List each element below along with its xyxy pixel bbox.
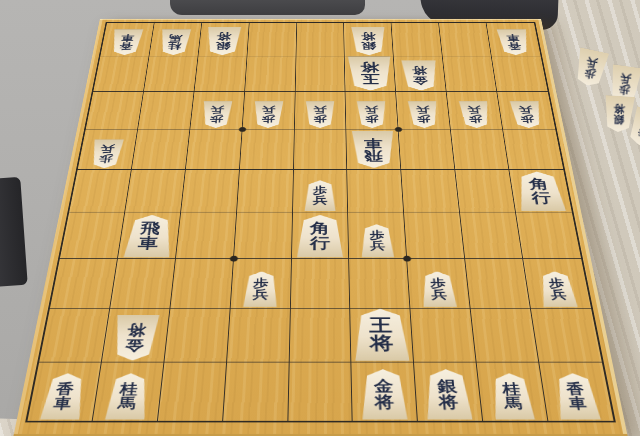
cell-4f[interactable]: 歩兵	[348, 213, 407, 259]
piece-sente-bishop[interactable]: 角行	[515, 172, 567, 212]
cell-8i[interactable]: 桂馬	[93, 363, 165, 421]
cell-7h[interactable]	[164, 309, 230, 363]
piece-sente-rook[interactable]: 飛車	[123, 215, 175, 257]
piece-gote-pawn[interactable]: 歩兵	[253, 101, 284, 128]
cell-5b[interactable]	[295, 56, 345, 91]
cell-6h[interactable]	[227, 309, 291, 363]
piece-sente-knight[interactable]: 桂馬	[105, 373, 151, 419]
piece-kanji: 歩	[210, 114, 224, 123]
cell-6g[interactable]: 歩兵	[230, 259, 291, 309]
piece-kanji: 将	[126, 323, 146, 338]
piece-kanji: 歩	[416, 114, 430, 123]
cell-1i[interactable]: 香車	[539, 363, 613, 421]
cell-6b[interactable]	[245, 56, 296, 91]
piece-kanji: 銀	[613, 114, 625, 126]
cell-4a[interactable]: 銀将	[344, 23, 394, 56]
cell-2c[interactable]: 歩兵	[447, 92, 503, 130]
cell-6e[interactable]	[237, 170, 294, 213]
cell-8a[interactable]: 桂馬	[149, 23, 202, 56]
cell-6d[interactable]	[240, 129, 295, 169]
cell-2h[interactable]	[471, 309, 540, 363]
cell-9f[interactable]	[60, 213, 125, 259]
cell-4d[interactable]: 飛車	[347, 129, 402, 169]
piece-sente-lance[interactable]: 香車	[40, 373, 88, 419]
cell-2b[interactable]	[443, 56, 497, 91]
piece-gote-silver[interactable]: 銀将	[205, 27, 242, 55]
star-point	[395, 127, 402, 132]
piece-kanji: 兵	[210, 106, 224, 115]
cell-6f[interactable]	[234, 213, 293, 259]
piece-gote-pawn[interactable]: 歩兵	[458, 101, 491, 128]
cell-1d[interactable]	[503, 129, 563, 169]
piece-kanji: 香	[507, 42, 522, 50]
cell-8g[interactable]	[110, 259, 176, 309]
cell-4c[interactable]: 歩兵	[346, 92, 399, 130]
piece-kanji: 桂	[168, 42, 182, 50]
cell-5d[interactable]	[294, 129, 348, 169]
cell-4i[interactable]: 金将	[352, 363, 418, 421]
cell-2f[interactable]	[460, 213, 523, 259]
piece-kanji: 将	[370, 334, 394, 353]
piece-gote-pawn[interactable]: 歩兵	[407, 101, 439, 128]
cell-3c[interactable]: 歩兵	[396, 92, 451, 130]
piece-kanji: 将	[360, 61, 379, 73]
piece-sente-pawn[interactable]: 歩兵	[243, 271, 278, 307]
piece-kanji: 玉	[360, 73, 379, 85]
cell-7a[interactable]: 銀将	[198, 23, 249, 56]
cell-3f[interactable]	[404, 213, 465, 259]
piece-kanji: 歩	[261, 114, 275, 123]
cell-3a[interactable]	[392, 23, 443, 56]
cell-8e[interactable]	[125, 170, 186, 213]
piece-gote-king[interactable]: 玉将	[347, 56, 393, 90]
cell-4g[interactable]	[349, 259, 410, 309]
piece-kanji: 歩	[636, 126, 640, 140]
shogi-board: 香車桂馬銀将銀将香車玉将金将歩兵歩兵歩兵歩兵歩兵歩兵歩兵歩兵飛車歩兵角行飛車角行…	[13, 19, 628, 436]
cell-1a[interactable]: 香車	[487, 23, 541, 56]
piece-kanji: 将	[374, 394, 394, 410]
piece-kanji: 将	[216, 32, 231, 41]
cell-9g[interactable]	[50, 259, 118, 309]
cell-1f[interactable]	[516, 213, 581, 259]
cell-5g[interactable]	[290, 259, 350, 309]
piece-kanji: 車	[506, 34, 521, 42]
piece-kanji: 歩	[365, 114, 379, 123]
cell-7b[interactable]	[194, 56, 247, 91]
cell-8d[interactable]	[132, 129, 190, 169]
cell-9c[interactable]	[86, 92, 144, 130]
cell-8h[interactable]: 金将	[102, 309, 171, 363]
cell-7d[interactable]	[186, 129, 243, 169]
piece-kanji: 車	[568, 396, 588, 411]
piece-kanji: 金	[124, 337, 145, 352]
piece-kanji: 兵	[518, 106, 533, 115]
piece-kanji: 車	[120, 34, 135, 42]
piece-gote-lance[interactable]: 香車	[109, 29, 144, 55]
piece-gote-pawn[interactable]: 歩兵	[509, 101, 544, 128]
piece-kanji: 兵	[550, 289, 567, 301]
piece-gote-pawn[interactable]: 歩兵	[89, 139, 125, 168]
cell-5f[interactable]: 角行	[292, 213, 350, 259]
piece-kanji: 兵	[100, 144, 115, 153]
cell-5a[interactable]	[296, 23, 345, 56]
piece-gote-pawn[interactable]: 歩兵	[356, 101, 387, 128]
piece-gote-silver[interactable]: 銀将	[351, 27, 386, 55]
piece-kanji: 兵	[467, 106, 481, 115]
piece-kanji: 飛	[364, 149, 383, 162]
cell-2i[interactable]: 桂馬	[477, 363, 549, 421]
cell-3g[interactable]: 歩兵	[407, 259, 470, 309]
piece-sente-pawn[interactable]: 歩兵	[304, 180, 336, 211]
cell-5e[interactable]: 歩兵	[293, 170, 349, 213]
cell-9a[interactable]: 香車	[100, 23, 154, 56]
cell-9b[interactable]	[93, 56, 149, 91]
piece-kanji: 銀	[361, 41, 376, 50]
piece-kanji: 王	[369, 316, 393, 334]
piece-gote-knight[interactable]: 桂馬	[158, 29, 191, 55]
piece-gote-gold[interactable]: 金将	[401, 60, 439, 90]
piece-sente-lance[interactable]: 香車	[553, 373, 602, 419]
piece-kanji: 将	[361, 32, 376, 41]
cell-9d[interactable]: 歩兵	[78, 129, 138, 169]
cell-1h[interactable]	[531, 309, 602, 363]
piece-kanji: 兵	[313, 196, 327, 206]
cell-7i[interactable]	[158, 363, 227, 421]
piece-sente-king[interactable]: 王将	[354, 309, 411, 361]
piece-kanji: 兵	[586, 56, 599, 69]
cell-6c[interactable]: 歩兵	[242, 92, 295, 130]
piece-kanji: 車	[363, 137, 382, 149]
cell-1c[interactable]: 歩兵	[497, 92, 555, 130]
cell-4h[interactable]: 王将	[351, 309, 415, 363]
cell-5h[interactable]	[289, 309, 352, 363]
piece-kanji: 将	[411, 66, 427, 76]
piece-sente-silver[interactable]: 銀将	[423, 369, 473, 419]
piece-kanji: 車	[52, 396, 72, 411]
piece-kanji: 歩	[520, 114, 535, 123]
piece-kanji: 馬	[169, 34, 183, 42]
cell-3d[interactable]	[399, 129, 456, 169]
cell-8b[interactable]	[144, 56, 198, 91]
piece-sente-pawn[interactable]: 歩兵	[537, 271, 578, 307]
piece-kanji: 馬	[503, 396, 523, 411]
piece-kanji: 兵	[253, 289, 269, 301]
piece-kanji: 将	[614, 103, 626, 115]
piece-sente-pawn[interactable]: 歩兵	[420, 271, 457, 307]
board-scene: 香車桂馬銀将銀将香車玉将金将歩兵歩兵歩兵歩兵歩兵歩兵歩兵歩兵飛車歩兵角行飛車角行…	[0, 0, 640, 436]
cell-5i[interactable]	[288, 363, 353, 421]
piece-kanji: 将	[438, 394, 459, 410]
piece-kanji: 香	[119, 42, 134, 50]
cell-4e[interactable]	[347, 170, 404, 213]
piece-sente-bishop[interactable]: 角行	[297, 215, 344, 257]
piece-kanji: 馬	[117, 396, 137, 411]
cell-3h[interactable]	[411, 309, 477, 363]
cell-9i[interactable]: 香車	[27, 363, 101, 421]
piece-kanji: 兵	[431, 289, 447, 301]
piece-kanji: 歩	[98, 154, 113, 163]
piece-kanji: 兵	[370, 241, 385, 252]
cell-8f[interactable]: 飛車	[118, 213, 181, 259]
piece-sente-gold[interactable]: 金将	[361, 369, 409, 419]
cell-2e[interactable]	[455, 170, 516, 213]
cell-1b[interactable]	[492, 56, 548, 91]
piece-gote-pawn[interactable]: 歩兵	[305, 101, 335, 128]
cell-7f[interactable]	[176, 213, 237, 259]
piece-kanji: 行	[531, 191, 553, 205]
cell-3e[interactable]	[401, 170, 460, 213]
piece-kanji: 兵	[416, 106, 430, 115]
piece-kanji: 車	[137, 236, 159, 251]
cell-6a[interactable]	[247, 23, 297, 56]
piece-kanji: 兵	[620, 72, 632, 84]
cell-1e[interactable]: 角行	[509, 170, 572, 213]
piece-gote-rook[interactable]: 飛車	[351, 131, 395, 168]
scene-photo: 香車桂馬銀将銀将香車玉将金将歩兵歩兵歩兵歩兵歩兵歩兵歩兵歩兵飛車歩兵角行飛車角行…	[0, 0, 640, 436]
cell-1g[interactable]: 歩兵	[523, 259, 591, 309]
piece-kanji: 兵	[262, 106, 276, 115]
cell-6i[interactable]	[223, 363, 289, 421]
piece-gote-gold[interactable]: 金将	[111, 315, 161, 361]
piece-kanji: 銀	[215, 41, 231, 50]
board-grid: 香車桂馬銀将銀将香車玉将金将歩兵歩兵歩兵歩兵歩兵歩兵歩兵歩兵飛車歩兵角行飛車角行…	[25, 22, 616, 422]
cell-9e[interactable]	[69, 170, 132, 213]
piece-sente-pawn[interactable]: 歩兵	[360, 224, 394, 257]
piece-kanji: 歩	[313, 114, 326, 123]
cell-8c[interactable]	[138, 92, 194, 130]
cell-2d[interactable]	[451, 129, 509, 169]
piece-kanji: 兵	[365, 106, 379, 115]
star-point	[403, 256, 411, 262]
cell-5c[interactable]: 歩兵	[294, 92, 346, 130]
piece-kanji: 金	[412, 75, 428, 85]
cell-2g[interactable]	[465, 259, 531, 309]
cell-4b[interactable]: 玉将	[345, 56, 396, 91]
cell-3i[interactable]: 銀将	[414, 363, 483, 421]
cell-7g[interactable]	[170, 259, 233, 309]
piece-sente-knight[interactable]: 桂馬	[490, 373, 536, 419]
piece-gote-lance[interactable]: 香車	[496, 29, 531, 55]
piece-gote-pawn[interactable]: 歩兵	[201, 101, 233, 128]
piece-kanji: 行	[310, 236, 330, 251]
cell-9h[interactable]	[39, 309, 110, 363]
piece-kanji: 兵	[313, 106, 326, 115]
cell-2a[interactable]	[439, 23, 492, 56]
cell-3b[interactable]: 金将	[394, 56, 447, 91]
cell-7e[interactable]	[181, 170, 240, 213]
cell-7c[interactable]: 歩兵	[190, 92, 245, 130]
piece-kanji: 歩	[468, 114, 483, 123]
